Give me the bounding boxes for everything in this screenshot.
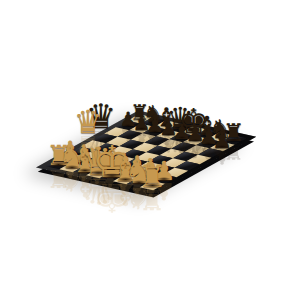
board-grid	[46, 114, 246, 190]
chess-board	[36, 110, 256, 194]
product-photo-stage: ♜♜♞♞♝♝♛♛♚♚♝♝♞♞♜♜♟♟♟♟♟♟♟♟♟♟♟♟♟♟♟♟♟♟♟♟♟♟♟♟…	[0, 0, 300, 300]
